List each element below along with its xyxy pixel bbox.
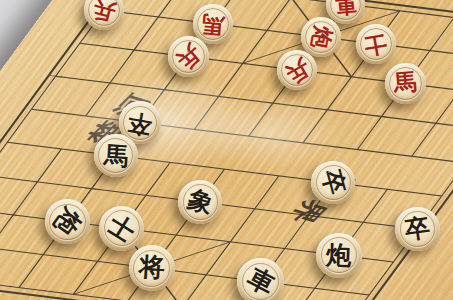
- piece-glyph: 馬: [393, 71, 418, 96]
- piece-red-cannon[interactable]: 炮: [301, 17, 341, 57]
- piece-glyph: 卒: [318, 168, 348, 198]
- piece-red-horse-left[interactable]: 馬: [193, 4, 233, 44]
- piece-black-chariot[interactable]: 車: [237, 258, 283, 300]
- piece-red-horse-right[interactable]: 馬: [385, 63, 426, 104]
- piece-black-cannon-right[interactable]: 炮: [316, 233, 361, 278]
- piece-glyph: 卒: [126, 109, 154, 137]
- piece-black-advisor[interactable]: 士: [99, 206, 144, 251]
- piece-glyph: 馬: [103, 143, 129, 169]
- piece-glyph: 卒: [404, 215, 432, 243]
- piece-glyph: 炮: [308, 24, 334, 50]
- photo-stage: 楚 河 漢 界 車兵馬炮士兵兵馬卒馬卒象炮士卒炮将車: [0, 0, 453, 300]
- piece-glyph: 士: [104, 211, 139, 246]
- piece-glyph: 士: [363, 31, 389, 57]
- piece-glyph: 炮: [326, 242, 352, 268]
- piece-black-cannon-left[interactable]: 炮: [45, 199, 90, 244]
- piece-glyph: 兵: [282, 55, 313, 86]
- piece-black-soldier-b[interactable]: 卒: [311, 161, 354, 204]
- piece-red-soldier-b[interactable]: 兵: [168, 36, 209, 77]
- piece-glyph: 車: [334, 0, 358, 16]
- piece-black-soldier-c[interactable]: 卒: [395, 207, 439, 251]
- piece-glyph: 馬: [201, 12, 225, 36]
- piece-red-advisor[interactable]: 士: [356, 24, 396, 64]
- piece-glyph: 兵: [90, 0, 117, 24]
- piece-glyph: 炮: [50, 204, 85, 239]
- piece-glyph: 車: [243, 264, 278, 299]
- piece-black-general[interactable]: 将: [129, 245, 175, 291]
- piece-glyph: 兵: [172, 41, 204, 73]
- piece-glyph: 象: [185, 186, 216, 217]
- piece-glyph: 将: [138, 254, 166, 282]
- piece-black-horse[interactable]: 馬: [94, 134, 137, 177]
